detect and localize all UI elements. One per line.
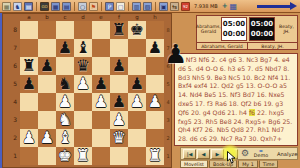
black-clock: 05:00 00:00 xyxy=(249,17,275,41)
first-move-button[interactable]: |◀ xyxy=(183,149,196,159)
white-bishop: ♝ xyxy=(56,129,74,147)
rank-label-8: 8 xyxy=(164,21,172,39)
chess-board[interactable]: ♜♚♟♝♟♜♟♛♟♟♞♟♟♟♟♟♟♟♟♞♟♟♟♝♛♚♜♜ xyxy=(20,21,164,165)
square-g2[interactable] xyxy=(128,129,146,147)
square-h7[interactable]: ♟ xyxy=(146,39,164,57)
save-icon[interactable]: ▤ xyxy=(24,2,33,11)
white-pawn: ♟ xyxy=(110,111,128,129)
square-a1[interactable] xyxy=(20,147,38,165)
toolbar: ▦♞▤GO▦▤○⚑P▢▥▧▣⇆92 7.938 MB + ▦ xyxy=(0,0,300,13)
rank-label-5: 5 xyxy=(2,75,20,93)
square-f8[interactable]: ♜ xyxy=(110,21,128,39)
square-g7[interactable] xyxy=(128,39,146,57)
square-b6[interactable]: ♟ xyxy=(38,57,56,75)
square-c7[interactable]: ♟ xyxy=(56,39,74,57)
white-player-name: Abrahams, Gerald xyxy=(197,16,220,42)
white-king: ♚ xyxy=(56,147,74,165)
black-rook: ♜ xyxy=(20,57,38,75)
white-pawn: ♟ xyxy=(56,93,74,111)
square-c6[interactable] xyxy=(56,57,74,75)
white-knight: ♞ xyxy=(56,111,74,129)
tab-time[interactable]: Time xyxy=(259,160,279,168)
square-h8[interactable] xyxy=(146,21,164,39)
square-b7[interactable] xyxy=(38,39,56,57)
white-clock: 05:00 00:00 xyxy=(221,17,247,41)
white-pawn: ♟ xyxy=(20,129,38,147)
toolbar-separator xyxy=(74,2,75,11)
black-player-name: Beaty, JH. xyxy=(276,16,297,42)
square-e4[interactable]: ♟ xyxy=(92,93,110,111)
mouse-cursor xyxy=(227,151,237,164)
square-e7[interactable] xyxy=(92,39,110,57)
square-h2[interactable] xyxy=(146,129,164,147)
file-label-a: a xyxy=(20,13,38,21)
tab-my-1[interactable]: My 1 xyxy=(238,160,258,168)
white-rook: ♜ xyxy=(146,147,164,165)
toolbar-separator xyxy=(155,2,156,11)
square-g3[interactable] xyxy=(128,111,146,129)
position-icon[interactable]: P xyxy=(105,2,114,11)
square-d6[interactable]: ♛ xyxy=(74,57,92,75)
black-queen: ♛ xyxy=(74,57,92,75)
empty-board-icon[interactable]: ▢ xyxy=(116,2,125,11)
square-a3[interactable] xyxy=(20,111,38,129)
rank-label-5: 5 xyxy=(164,75,172,93)
rank-label-8: 8 xyxy=(2,21,20,39)
black-pawn: ♟ xyxy=(92,75,110,93)
square-d1[interactable]: ♜ xyxy=(74,147,92,165)
square-b5[interactable] xyxy=(38,75,56,93)
square-c4[interactable]: ♟ xyxy=(56,93,74,111)
square-e6[interactable] xyxy=(92,57,110,75)
rank-label-2: 2 xyxy=(2,129,20,147)
analyze-button[interactable]: Analyze xyxy=(277,151,297,157)
black-pawn-indicator-icon: ♟ xyxy=(164,41,187,67)
square-f4[interactable]: ♟ xyxy=(110,93,128,111)
black-pawn: ♟ xyxy=(38,57,56,75)
square-b2[interactable]: ♟ xyxy=(38,129,56,147)
square-d2[interactable] xyxy=(74,129,92,147)
square-g5[interactable]: ♟ xyxy=(128,75,146,93)
square-b3[interactable] xyxy=(38,111,56,129)
rank-label-6: 6 xyxy=(2,57,20,75)
rank-label-4: 4 xyxy=(164,93,172,111)
square-a2[interactable]: ♟ xyxy=(20,129,38,147)
white-queen: ♛ xyxy=(110,129,128,147)
swap-icon[interactable]: ⇆ xyxy=(170,2,179,11)
square-d4[interactable] xyxy=(74,93,92,111)
file-label-e: e xyxy=(92,13,110,21)
black-pawn: ♟ xyxy=(110,93,128,111)
black-knight: ♞ xyxy=(56,75,74,93)
square-a4[interactable] xyxy=(20,93,38,111)
square-f6[interactable]: ♟ xyxy=(110,57,128,75)
badge-92-icon[interactable]: 92 xyxy=(181,2,190,11)
rank-label-1: 1 xyxy=(2,147,20,165)
square-d3[interactable] xyxy=(74,111,92,129)
file-label-d: d xyxy=(74,13,92,21)
book-icon[interactable]: ▧ xyxy=(143,2,152,11)
right-panel: Abrahams, Gerald 05:00 00:00 05:00 00:00… xyxy=(172,13,300,168)
square-d8[interactable] xyxy=(74,21,92,39)
pieces-icon[interactable]: ♞ xyxy=(13,2,22,11)
toolbar-separator xyxy=(36,2,37,11)
square-h6[interactable] xyxy=(146,57,164,75)
square-e5[interactable]: ♟ xyxy=(92,75,110,93)
rank-label-4: 4 xyxy=(2,93,20,111)
demo-button[interactable]: ▸▸ Demo xyxy=(252,149,270,158)
go-icon[interactable]: GO xyxy=(40,2,49,11)
square-e8[interactable] xyxy=(92,21,110,39)
square-h1[interactable]: ♜ xyxy=(146,147,164,165)
toolbar-separator xyxy=(128,2,129,11)
white-pawn: ♟ xyxy=(38,129,56,147)
white-pawn: ♟ xyxy=(92,93,110,111)
square-b1[interactable] xyxy=(38,147,56,165)
tab-movelist[interactable]: Movelist xyxy=(180,160,208,168)
black-pawn: ♟ xyxy=(146,39,164,57)
square-e3[interactable] xyxy=(92,111,110,129)
square-f1[interactable] xyxy=(110,147,128,165)
square-h3[interactable] xyxy=(146,111,164,129)
square-h4[interactable]: ♟ xyxy=(146,93,164,111)
rank-label-3: 3 xyxy=(2,111,20,129)
square-f3[interactable]: ♟ xyxy=(110,111,128,129)
black-pawn: ♟ xyxy=(110,57,128,75)
square-c1[interactable]: ♚ xyxy=(56,147,74,165)
square-c3[interactable]: ♞ xyxy=(56,111,74,129)
black-pawn: ♟ xyxy=(20,75,38,93)
square-d7[interactable]: ♝ xyxy=(74,39,92,57)
square-a8[interactable] xyxy=(20,21,38,39)
file-label-c: c xyxy=(56,13,74,21)
square-f2[interactable]: ♛ xyxy=(110,129,128,147)
engine-icon[interactable]: ▣ xyxy=(159,2,168,11)
white-pawn: ♟ xyxy=(128,93,146,111)
rank-label-1: 1 xyxy=(164,147,172,165)
square-f7[interactable] xyxy=(110,39,128,57)
black-player-footer-label: Beaty, JH. xyxy=(248,43,297,50)
settings-gear-icon[interactable]: ⚙ xyxy=(239,148,251,159)
rank-labels-left: 87654321 xyxy=(2,21,20,165)
board-setup-icon[interactable]: ▦ xyxy=(2,2,11,11)
black-bishop: ♝ xyxy=(74,39,92,57)
flag-icon[interactable]: ⚑ xyxy=(89,2,98,11)
toolbar-separator xyxy=(101,2,102,11)
black-rook: ♜ xyxy=(110,21,128,39)
white-rook: ♜ xyxy=(74,147,92,165)
clock-icon[interactable]: ○ xyxy=(78,2,87,11)
square-a7[interactable] xyxy=(20,39,38,57)
white-pawn: ♟ xyxy=(74,75,92,93)
black-pawn: ♟ xyxy=(128,75,146,93)
square-e2[interactable] xyxy=(92,129,110,147)
square-a6[interactable]: ♜ xyxy=(20,57,38,75)
square-g4[interactable]: ♟ xyxy=(128,93,146,111)
rank-label-7: 7 xyxy=(2,39,20,57)
board-list-icon[interactable]: ▤ xyxy=(62,2,71,11)
rank-label-3: 3 xyxy=(164,111,172,129)
mini-board-icon[interactable]: ▦ xyxy=(51,2,60,11)
square-g1[interactable] xyxy=(128,147,146,165)
plus-icon[interactable]: + xyxy=(222,2,228,11)
square-c5[interactable]: ♞ xyxy=(56,75,74,93)
file-label-h: h xyxy=(146,13,164,21)
prev-move-button[interactable]: ◀ xyxy=(197,149,210,159)
movelist[interactable]: 1. Nf3 Nf6 2. c4 g6 3. Nc3 Bg7 4. e4 d6 … xyxy=(174,53,298,146)
square-f5[interactable] xyxy=(110,75,128,93)
square-g6[interactable] xyxy=(128,57,146,75)
next-move-button[interactable]: ▶ xyxy=(211,149,224,159)
notation-icon[interactable]: ▥ xyxy=(132,2,141,11)
square-h5[interactable] xyxy=(146,75,164,93)
square-a5[interactable]: ♟ xyxy=(20,75,38,93)
black-pawn: ♟ xyxy=(56,39,74,57)
square-b4[interactable] xyxy=(38,93,56,111)
file-label-b: b xyxy=(38,13,56,21)
square-c2[interactable]: ♝ xyxy=(56,129,74,147)
demo-progress-arrow-icon xyxy=(257,2,297,11)
white-player-footer-label: Abrahams, Gerald xyxy=(197,43,248,50)
memory-label: 7.938 MB xyxy=(194,3,218,9)
navigation-controls: |◀◀▶▶| ⚙ ▸▸ Demo Analyze Edit xyxy=(180,147,298,160)
grid-icon[interactable]: ▦ xyxy=(230,2,238,11)
square-c8[interactable] xyxy=(56,21,74,39)
square-d5[interactable]: ♟ xyxy=(74,75,92,93)
clock-panel: Abrahams, Gerald 05:00 00:00 05:00 00:00… xyxy=(196,15,298,50)
chess-board-frame: abcdefgh 87654321 87654321 ♜♚♟♝♟♜♟♛♟♟♞♟♟… xyxy=(2,13,172,168)
black-king: ♚ xyxy=(128,21,146,39)
square-e1[interactable] xyxy=(92,147,110,165)
moves-before: 1. Nf3 Nf6 2. c4 g6 3. Nc3 Bg7 4. e4 d6 … xyxy=(178,56,290,116)
square-g8[interactable]: ♚ xyxy=(128,21,146,39)
rank-label-2: 2 xyxy=(164,129,172,147)
white-pawn: ♟ xyxy=(146,93,164,111)
square-b8[interactable] xyxy=(38,21,56,39)
